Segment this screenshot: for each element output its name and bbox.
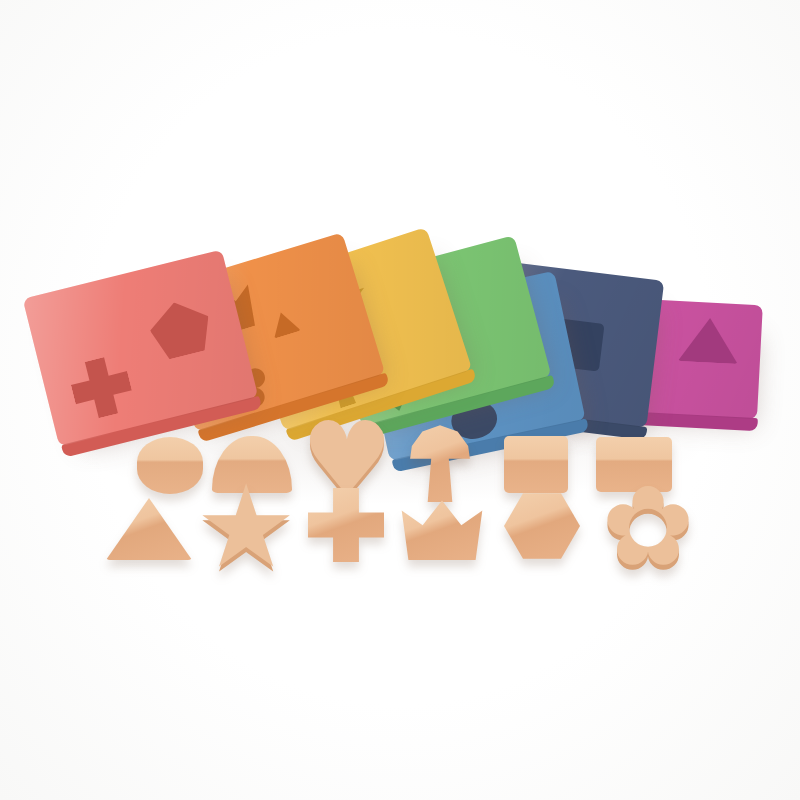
block-cylinder <box>137 437 203 494</box>
block-crown-body <box>400 498 484 560</box>
block-heart-body: ♥ <box>305 420 389 498</box>
block-cross <box>308 488 384 562</box>
block-triangle-body <box>106 496 192 560</box>
block-star-body: ★ <box>198 484 294 570</box>
block-cube <box>504 436 568 493</box>
block-hexagon-body <box>504 492 580 560</box>
block-cross-body <box>308 488 384 562</box>
block-hexagon <box>504 492 580 560</box>
blocks-layer: ♥★✿ <box>0 0 800 800</box>
block-flower: ✿ <box>602 484 694 568</box>
block-crown <box>400 498 484 560</box>
block-cylinder-body <box>137 437 203 494</box>
block-cube-body <box>504 436 568 493</box>
block-heart: ♥ <box>305 420 389 498</box>
block-mushroom <box>396 422 484 502</box>
block-star: ★ <box>198 484 294 570</box>
product-photo-shape-sorter: ✿★♥ ♥★✿ <box>0 0 800 800</box>
block-flower-body: ✿ <box>602 484 694 568</box>
block-triangle <box>106 496 192 560</box>
block-mushroom-body <box>396 422 484 502</box>
